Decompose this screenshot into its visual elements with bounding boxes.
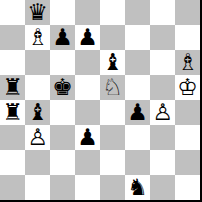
square-g6[interactable] (150, 50, 175, 75)
square-g8[interactable] (150, 0, 175, 25)
square-c6[interactable] (50, 50, 75, 75)
square-d4[interactable] (75, 100, 100, 125)
square-a5[interactable]: ♜ (0, 75, 25, 100)
black-queen-piece: ♛ (27, 0, 48, 25)
square-g4[interactable]: ♙ (150, 100, 175, 125)
square-e7[interactable] (100, 25, 125, 50)
square-e2[interactable] (100, 150, 125, 175)
square-f1[interactable]: ♞ (125, 175, 150, 200)
square-b1[interactable] (25, 175, 50, 200)
square-e5[interactable]: ♘ (100, 75, 125, 100)
square-c4[interactable] (50, 100, 75, 125)
square-d7[interactable]: ♟ (75, 25, 100, 50)
square-b6[interactable] (25, 50, 50, 75)
square-f8[interactable] (125, 0, 150, 25)
square-e4[interactable] (100, 100, 125, 125)
chess-board: ♛♗♟♟♝♗♜♚♘♔♜♝♟♙♙♟♞ (0, 0, 200, 200)
white-bishop-piece: ♗ (177, 50, 198, 75)
black-pawn-piece: ♟ (127, 100, 148, 125)
square-e6[interactable]: ♝ (100, 50, 125, 75)
square-a2[interactable] (0, 150, 25, 175)
square-h6[interactable]: ♗ (175, 50, 200, 75)
square-c5[interactable]: ♚ (50, 75, 75, 100)
black-pawn-piece: ♟ (77, 125, 98, 150)
square-h7[interactable] (175, 25, 200, 50)
square-d6[interactable] (75, 50, 100, 75)
chess-diagram-frame: ♛♗♟♟♝♗♜♚♘♔♜♝♟♙♙♟♞ (0, 0, 202, 202)
square-b8[interactable]: ♛ (25, 0, 50, 25)
square-c7[interactable]: ♟ (50, 25, 75, 50)
square-h1[interactable] (175, 175, 200, 200)
square-f7[interactable] (125, 25, 150, 50)
square-e3[interactable] (100, 125, 125, 150)
square-c1[interactable] (50, 175, 75, 200)
square-d3[interactable]: ♟ (75, 125, 100, 150)
square-c3[interactable] (50, 125, 75, 150)
square-b4[interactable]: ♝ (25, 100, 50, 125)
square-a4[interactable]: ♜ (0, 100, 25, 125)
square-b7[interactable]: ♗ (25, 25, 50, 50)
square-g2[interactable] (150, 150, 175, 175)
black-bishop-piece: ♝ (27, 100, 48, 125)
white-pawn-piece: ♙ (152, 100, 173, 125)
square-g7[interactable] (150, 25, 175, 50)
square-h4[interactable] (175, 100, 200, 125)
square-b5[interactable] (25, 75, 50, 100)
black-pawn-piece: ♟ (52, 25, 73, 50)
square-g5[interactable] (150, 75, 175, 100)
square-e1[interactable] (100, 175, 125, 200)
white-knight-piece: ♘ (102, 75, 123, 100)
square-a8[interactable] (0, 0, 25, 25)
square-d2[interactable] (75, 150, 100, 175)
square-d5[interactable] (75, 75, 100, 100)
white-bishop-piece: ♗ (27, 25, 48, 50)
square-h2[interactable] (175, 150, 200, 175)
black-bishop-piece: ♝ (102, 50, 123, 75)
black-rook-piece: ♜ (2, 100, 23, 125)
square-h3[interactable] (175, 125, 200, 150)
square-h8[interactable] (175, 0, 200, 25)
white-king-piece: ♔ (177, 75, 198, 100)
square-e8[interactable] (100, 0, 125, 25)
square-f5[interactable] (125, 75, 150, 100)
square-d8[interactable] (75, 0, 100, 25)
square-b3[interactable]: ♙ (25, 125, 50, 150)
square-f3[interactable] (125, 125, 150, 150)
white-pawn-piece: ♙ (27, 125, 48, 150)
square-d1[interactable] (75, 175, 100, 200)
square-g3[interactable] (150, 125, 175, 150)
square-c8[interactable] (50, 0, 75, 25)
square-a1[interactable] (0, 175, 25, 200)
square-a6[interactable] (0, 50, 25, 75)
black-pawn-piece: ♟ (77, 25, 98, 50)
square-f2[interactable] (125, 150, 150, 175)
square-h5[interactable]: ♔ (175, 75, 200, 100)
black-king-piece: ♚ (52, 75, 73, 100)
square-f6[interactable] (125, 50, 150, 75)
black-rook-piece: ♜ (2, 75, 23, 100)
square-a3[interactable] (0, 125, 25, 150)
black-knight-piece: ♞ (127, 175, 148, 200)
square-g1[interactable] (150, 175, 175, 200)
square-a7[interactable] (0, 25, 25, 50)
square-f4[interactable]: ♟ (125, 100, 150, 125)
square-c2[interactable] (50, 150, 75, 175)
square-b2[interactable] (25, 150, 50, 175)
